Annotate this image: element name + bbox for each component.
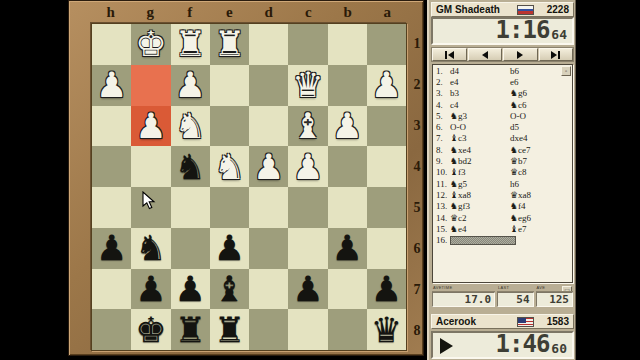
mouse-cursor bbox=[142, 191, 156, 215]
square-e8[interactable]: ♜ bbox=[210, 309, 249, 350]
square-b8[interactable] bbox=[328, 309, 367, 350]
black-move[interactable]: e6 bbox=[510, 77, 572, 87]
file-label-a: a bbox=[368, 1, 408, 23]
file-label-d: d bbox=[249, 1, 289, 23]
move-number: 12. bbox=[433, 190, 450, 200]
rank-label-7: 7 bbox=[409, 269, 425, 310]
move-number: 8. bbox=[433, 145, 450, 155]
white-move[interactable]: ♞g5 bbox=[450, 179, 510, 189]
file-label-e: e bbox=[210, 1, 250, 23]
square-e4[interactable]: ♞ bbox=[210, 146, 249, 187]
white-queen-c2[interactable]: ♛ bbox=[292, 65, 323, 105]
square-c8[interactable] bbox=[288, 309, 327, 350]
move-row-8[interactable]: 8.♞xe4♞ce7 bbox=[433, 144, 572, 155]
bottom-player-rating: 1583 bbox=[539, 316, 569, 327]
black-move[interactable]: ♞c6 bbox=[510, 100, 572, 110]
move-row-9[interactable]: 9.♞bd2♛b7 bbox=[433, 155, 572, 166]
last-move-button[interactable] bbox=[539, 48, 574, 61]
square-a2[interactable]: ♟ bbox=[367, 65, 406, 106]
square-f7[interactable]: ♟ bbox=[171, 269, 210, 310]
rank-label-3: 3 bbox=[409, 105, 425, 146]
black-bishop-e7[interactable]: ♝ bbox=[214, 269, 245, 309]
square-h8[interactable] bbox=[92, 309, 131, 350]
first-move-button-icon bbox=[448, 51, 454, 59]
white-bishop-c3[interactable]: ♝ bbox=[292, 106, 323, 146]
square-h2[interactable]: ♟ bbox=[92, 65, 131, 106]
move-row-13[interactable]: 13.♞gf3♞f4 bbox=[433, 201, 572, 212]
black-rook-f8[interactable]: ♜ bbox=[174, 310, 205, 350]
usa-flag-icon bbox=[517, 317, 534, 327]
white-pawn-d4[interactable]: ♟ bbox=[253, 147, 284, 187]
square-b5[interactable] bbox=[328, 187, 367, 228]
square-c7[interactable]: ♟ bbox=[288, 269, 327, 310]
rank-label-5: 5 bbox=[409, 187, 425, 228]
square-g7[interactable]: ♟ bbox=[131, 269, 170, 310]
square-c3[interactable]: ♝ bbox=[288, 106, 327, 147]
top-player-bar: GM Shadeath 2228 bbox=[431, 2, 574, 17]
prev-move-button[interactable] bbox=[468, 48, 503, 61]
square-b2[interactable] bbox=[328, 65, 367, 106]
square-d2[interactable] bbox=[249, 65, 288, 106]
black-move[interactable]: ♞g6 bbox=[510, 88, 572, 98]
square-f5[interactable] bbox=[171, 187, 210, 228]
move-row-3[interactable]: 3.b3♞g6 bbox=[433, 88, 572, 99]
stat-value: 125 bbox=[536, 292, 573, 307]
square-g8[interactable]: ♚ bbox=[131, 309, 170, 350]
move-row-5[interactable]: 5.♞g3O-O bbox=[433, 110, 572, 121]
black-knight-f4[interactable]: ♞ bbox=[174, 147, 205, 187]
move-number: 14. bbox=[433, 213, 450, 223]
square-a7[interactable]: ♟ bbox=[367, 269, 406, 310]
square-f3[interactable]: ♞ bbox=[171, 106, 210, 147]
move-number: 2. bbox=[433, 77, 450, 87]
square-a6[interactable] bbox=[367, 228, 406, 269]
white-move[interactable]: ♞bd2 bbox=[450, 156, 510, 166]
white-pawn-a2[interactable]: ♟ bbox=[371, 65, 402, 105]
move-row-1[interactable]: 1.d4b6 bbox=[433, 65, 572, 76]
white-move[interactable]: ♞gf3 bbox=[450, 201, 510, 211]
white-move[interactable]: ♝xa8 bbox=[450, 190, 510, 200]
white-pawn-h2[interactable]: ♟ bbox=[96, 65, 127, 105]
white-pawn-c4[interactable]: ♟ bbox=[292, 147, 323, 187]
black-pawn-e6[interactable]: ♟ bbox=[214, 228, 245, 268]
square-f2[interactable]: ♟ bbox=[171, 65, 210, 106]
bottom-player-clock: 1:46 60 bbox=[431, 331, 574, 359]
top-clock-fraction: 64 bbox=[551, 27, 567, 42]
white-move[interactable]: b3 bbox=[450, 88, 510, 98]
top-player-clock: 1:16 64 bbox=[431, 17, 574, 45]
white-move[interactable]: ♛c2 bbox=[450, 213, 510, 223]
rank-labels: 12345678 bbox=[409, 23, 425, 351]
file-label-c: c bbox=[289, 1, 329, 23]
square-a8[interactable]: ♛ bbox=[367, 309, 406, 350]
white-move[interactable]: ♞xe4 bbox=[450, 145, 510, 155]
square-d3[interactable] bbox=[249, 106, 288, 147]
movelist-scroll-button[interactable]: ▫ bbox=[561, 66, 571, 76]
square-c6[interactable] bbox=[288, 228, 327, 269]
square-h6[interactable]: ♟ bbox=[92, 228, 131, 269]
move-row-10[interactable]: 10.♝f3♛c8 bbox=[433, 167, 572, 178]
black-move[interactable]: ♛c8 bbox=[510, 167, 572, 177]
square-e2[interactable] bbox=[210, 65, 249, 106]
square-d8[interactable] bbox=[249, 309, 288, 350]
stat-last: LAST54 bbox=[497, 285, 533, 312]
top-player-name: GM Shadeath bbox=[436, 4, 500, 15]
black-pawn-b6[interactable]: ♟ bbox=[331, 228, 362, 268]
move-row-14[interactable]: 14.♛c2♞eg6 bbox=[433, 212, 572, 223]
square-d7[interactable] bbox=[249, 269, 288, 310]
top-player-rating: 2228 bbox=[539, 4, 569, 15]
white-move[interactable]: d4 bbox=[450, 66, 510, 76]
square-f4[interactable]: ♞ bbox=[171, 146, 210, 187]
white-pawn-f2[interactable]: ♟ bbox=[174, 65, 205, 105]
rank-label-4: 4 bbox=[409, 146, 425, 187]
square-h5[interactable] bbox=[92, 187, 131, 228]
bottom-player-bar: Acerook 1583 bbox=[431, 314, 574, 329]
black-pawn-h6[interactable]: ♟ bbox=[96, 228, 127, 268]
black-knight-g6[interactable]: ♞ bbox=[135, 228, 166, 268]
square-h1[interactable] bbox=[92, 24, 131, 65]
square-b1[interactable] bbox=[328, 24, 367, 65]
black-move[interactable]: h6 bbox=[510, 179, 572, 189]
bottom-clock-fraction: 60 bbox=[551, 341, 567, 356]
white-move[interactable]: ♞g3 bbox=[450, 111, 510, 121]
move-number: 13. bbox=[433, 201, 450, 211]
square-c5[interactable] bbox=[288, 187, 327, 228]
move-navigation-toolbar bbox=[431, 47, 574, 62]
white-pawn-g3[interactable]: ♟ bbox=[135, 106, 166, 146]
white-move[interactable]: e4 bbox=[450, 77, 510, 87]
black-queen-a8[interactable]: ♛ bbox=[371, 310, 402, 350]
square-h7[interactable] bbox=[92, 269, 131, 310]
stat-value: 54 bbox=[497, 292, 533, 307]
white-rook-e1[interactable]: ♜ bbox=[214, 24, 245, 64]
move-row-16[interactable]: 16. bbox=[433, 234, 572, 245]
to-move-indicator-icon bbox=[440, 338, 453, 354]
square-g2[interactable] bbox=[131, 65, 170, 106]
game-info-panel: GM Shadeath 2228 1:16 64 ▫ 1.d4b62.e4e63… bbox=[427, 0, 576, 360]
move-list[interactable]: ▫ 1.d4b62.e4e63.b3♞g64.c4♞c65.♞g3O-O6.O-… bbox=[432, 64, 573, 283]
square-b3[interactable]: ♟ bbox=[328, 106, 367, 147]
square-d5[interactable] bbox=[249, 187, 288, 228]
square-a4[interactable] bbox=[367, 146, 406, 187]
rank-label-8: 8 bbox=[409, 310, 425, 351]
black-move[interactable]: ♞ce7 bbox=[510, 145, 572, 155]
square-f1[interactable]: ♜ bbox=[171, 24, 210, 65]
square-f6[interactable] bbox=[171, 228, 210, 269]
move-number: 1. bbox=[433, 66, 450, 76]
square-g1[interactable]: ♚ bbox=[131, 24, 170, 65]
square-d4[interactable]: ♟ bbox=[249, 146, 288, 187]
move-number: 3. bbox=[433, 88, 450, 98]
black-pawn-g7[interactable]: ♟ bbox=[135, 269, 166, 309]
move-number: 4. bbox=[433, 100, 450, 110]
app-window: hgfedcba 12345678 ♚♜♜♟♟♛♟♟♞♝♟♞♞♟♟♟♞♟♟♟♟♝… bbox=[0, 0, 640, 360]
first-move-button-icon bbox=[445, 51, 447, 59]
move-row-7[interactable]: 7.♝c3dxe4 bbox=[433, 133, 572, 144]
move-number: 15. bbox=[433, 224, 450, 234]
top-clock-time: 1:16 bbox=[496, 18, 550, 42]
white-move[interactable]: c4 bbox=[450, 100, 510, 110]
square-a5[interactable] bbox=[367, 187, 406, 228]
square-e3[interactable] bbox=[210, 106, 249, 147]
square-e5[interactable] bbox=[210, 187, 249, 228]
move-number: 11. bbox=[433, 179, 450, 189]
white-move[interactable]: ♝f3 bbox=[450, 167, 510, 177]
square-g6[interactable]: ♞ bbox=[131, 228, 170, 269]
square-a1[interactable] bbox=[367, 24, 406, 65]
white-move[interactable]: ♝c3 bbox=[450, 133, 510, 143]
stat-value: 17.0 bbox=[432, 292, 495, 307]
black-king-g8[interactable]: ♚ bbox=[135, 310, 166, 350]
black-move[interactable]: ♛xa8 bbox=[510, 190, 572, 200]
file-label-f: f bbox=[170, 1, 210, 23]
white-move[interactable]: ♞e4 bbox=[450, 224, 510, 234]
black-rook-e8[interactable]: ♜ bbox=[214, 310, 245, 350]
move-row-15[interactable]: 15.♞e4♝e7 bbox=[433, 223, 572, 234]
white-king-g1[interactable]: ♚ bbox=[135, 24, 166, 64]
bottom-player-name: Acerook bbox=[436, 316, 476, 327]
move-number: 5. bbox=[433, 111, 450, 121]
file-label-b: b bbox=[328, 1, 368, 23]
white-move[interactable]: O-O bbox=[450, 122, 510, 132]
square-f8[interactable]: ♜ bbox=[171, 309, 210, 350]
last-move-button-icon bbox=[551, 51, 557, 59]
move-row-11[interactable]: 11.♞g5h6 bbox=[433, 178, 572, 189]
file-label-h: h bbox=[91, 1, 131, 23]
white-rook-f1[interactable]: ♜ bbox=[174, 24, 205, 64]
file-label-g: g bbox=[131, 1, 171, 23]
next-move-button[interactable] bbox=[503, 48, 538, 61]
black-move[interactable]: ♛b7 bbox=[510, 156, 572, 166]
move-number: 9. bbox=[433, 156, 450, 166]
move-number: 16. bbox=[433, 235, 450, 245]
square-h3[interactable] bbox=[92, 106, 131, 147]
black-move[interactable]: d5 bbox=[510, 122, 572, 132]
stat-label: AVE bbox=[536, 285, 573, 292]
black-pawn-a7[interactable]: ♟ bbox=[371, 269, 402, 309]
black-move[interactable]: dxe4 bbox=[510, 133, 572, 143]
square-d1[interactable] bbox=[249, 24, 288, 65]
black-move[interactable]: O-O bbox=[510, 111, 572, 121]
black-move[interactable]: ♞eg6 bbox=[510, 213, 572, 223]
black-pawn-f7[interactable]: ♟ bbox=[174, 269, 205, 309]
prev-move-button-icon bbox=[482, 51, 488, 59]
board-squares: ♚♜♜♟♟♛♟♟♞♝♟♞♞♟♟♟♞♟♟♟♟♝♟♟♚♜♜♛ bbox=[91, 23, 407, 351]
square-a3[interactable] bbox=[367, 106, 406, 147]
move-number: 7. bbox=[433, 133, 450, 143]
move-row-4[interactable]: 4.c4♞c6 bbox=[433, 99, 572, 110]
square-c1[interactable] bbox=[288, 24, 327, 65]
time-stats-strip: AVETIME17.0LAST54AVE125 bbox=[432, 285, 573, 312]
square-e6[interactable]: ♟ bbox=[210, 228, 249, 269]
square-g4[interactable] bbox=[131, 146, 170, 187]
square-e1[interactable]: ♜ bbox=[210, 24, 249, 65]
stat-label: LAST bbox=[497, 285, 533, 292]
last-move-button-icon bbox=[558, 51, 560, 59]
pending-move-box bbox=[450, 236, 516, 245]
square-d6[interactable] bbox=[249, 228, 288, 269]
stat-label: AVETIME bbox=[432, 285, 495, 292]
black-pawn-c7[interactable]: ♟ bbox=[292, 269, 323, 309]
square-c4[interactable]: ♟ bbox=[288, 146, 327, 187]
russia-flag-icon bbox=[517, 5, 534, 15]
move-row-12[interactable]: 12.♝xa8♛xa8 bbox=[433, 189, 572, 200]
rank-label-6: 6 bbox=[409, 228, 425, 269]
move-number: 10. bbox=[433, 167, 450, 177]
next-move-button-icon bbox=[517, 51, 523, 59]
rank-label-1: 1 bbox=[409, 23, 425, 64]
square-e7[interactable]: ♝ bbox=[210, 269, 249, 310]
move-number: 6. bbox=[433, 122, 450, 132]
bottom-clock-time: 1:46 bbox=[496, 332, 550, 356]
move-row-2[interactable]: 2.e4e6 bbox=[433, 76, 572, 87]
square-g3[interactable]: ♟ bbox=[131, 106, 170, 147]
chess-board: hgfedcba 12345678 ♚♜♜♟♟♛♟♟♞♝♟♞♞♟♟♟♞♟♟♟♟♝… bbox=[68, 0, 424, 356]
stat-ave: AVE125 bbox=[536, 285, 573, 312]
black-move[interactable]: ♝e7 bbox=[510, 224, 572, 234]
white-pawn-b3[interactable]: ♟ bbox=[331, 106, 362, 146]
rank-label-2: 2 bbox=[409, 64, 425, 105]
first-move-button[interactable] bbox=[432, 48, 467, 61]
white-knight-e4[interactable]: ♞ bbox=[214, 147, 245, 187]
square-b6[interactable]: ♟ bbox=[328, 228, 367, 269]
square-h4[interactable] bbox=[92, 146, 131, 187]
black-move[interactable]: ♞f4 bbox=[510, 201, 572, 211]
square-b4[interactable] bbox=[328, 146, 367, 187]
white-knight-f3[interactable]: ♞ bbox=[174, 106, 205, 146]
square-c2[interactable]: ♛ bbox=[288, 65, 327, 106]
move-row-6[interactable]: 6.O-Od5 bbox=[433, 121, 572, 132]
file-labels: hgfedcba bbox=[91, 1, 407, 23]
square-b7[interactable] bbox=[328, 269, 367, 310]
stat-avetime: AVETIME17.0 bbox=[432, 285, 495, 312]
